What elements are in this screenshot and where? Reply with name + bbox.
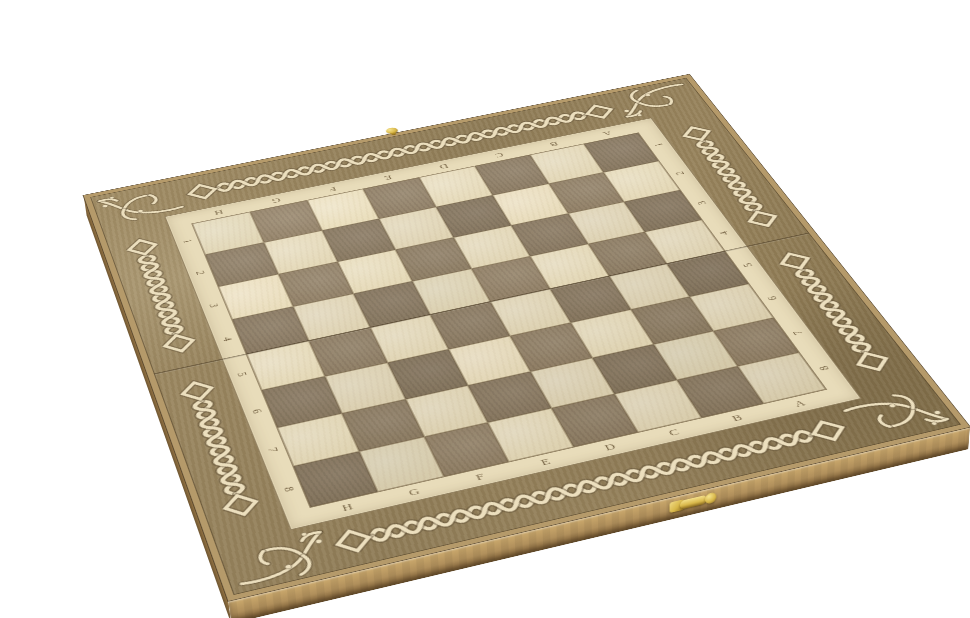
file-label-near-d: D <box>574 432 647 462</box>
square-f7 <box>405 385 488 437</box>
corner-flourish-near-left <box>605 79 706 122</box>
file-label-near-g: G <box>377 477 451 508</box>
square-g6 <box>325 363 405 414</box>
square-h6 <box>262 376 342 427</box>
square-g7 <box>342 399 424 452</box>
square-e8 <box>488 408 574 461</box>
square-e7 <box>468 371 552 422</box>
rank-label-left-4: 4 <box>194 326 261 352</box>
file-label-near-c: C <box>638 418 711 447</box>
file-label-near-f: F <box>443 462 517 493</box>
product-photo: HGFEDCBA HGFEDCBA 12345678 12345678 <box>0 0 970 618</box>
file-label-near-b: B <box>701 403 774 432</box>
square-a7 <box>713 317 799 366</box>
square-b6 <box>630 297 713 345</box>
square-d7 <box>530 358 614 409</box>
square-d6 <box>510 323 592 372</box>
square-h7 <box>277 413 359 466</box>
square-e5 <box>430 302 510 349</box>
square-d8 <box>552 394 638 447</box>
square-c7 <box>592 344 677 394</box>
square-f6 <box>387 349 468 399</box>
clasp-knob <box>705 492 716 505</box>
square-g5 <box>308 328 387 377</box>
celtic-braid-right-near-half <box>767 241 903 384</box>
square-c6 <box>570 309 653 357</box>
rank-label-left-8: 8 <box>253 474 326 505</box>
clasp-arm <box>680 495 707 510</box>
square-a8 <box>738 353 826 404</box>
square-f5 <box>370 315 449 363</box>
camera-tilt-wrapper: HGFEDCBA HGFEDCBA 12345678 12345678 <box>0 0 970 618</box>
square-h8 <box>294 452 378 507</box>
square-a6 <box>690 284 773 331</box>
square-b7 <box>653 331 738 380</box>
rank-label-left-6: 6 <box>222 397 292 425</box>
square-h5 <box>247 341 325 390</box>
rank-label-left-7: 7 <box>237 435 308 465</box>
rank-label-right-6: 6 <box>738 285 806 311</box>
square-c8 <box>614 380 701 432</box>
rank-label-left-5: 5 <box>208 361 276 388</box>
square-f8 <box>424 423 509 477</box>
file-label-near-e: E <box>509 447 582 477</box>
square-b8 <box>677 366 764 417</box>
rank-label-right-8: 8 <box>788 354 859 382</box>
scene: HGFEDCBA HGFEDCBA 12345678 12345678 <box>0 0 970 618</box>
square-g8 <box>359 437 443 492</box>
rank-label-right-7: 7 <box>763 319 833 346</box>
file-label-near-a: A <box>764 389 837 418</box>
file-label-near-h: H <box>311 492 385 523</box>
square-e6 <box>449 336 531 385</box>
